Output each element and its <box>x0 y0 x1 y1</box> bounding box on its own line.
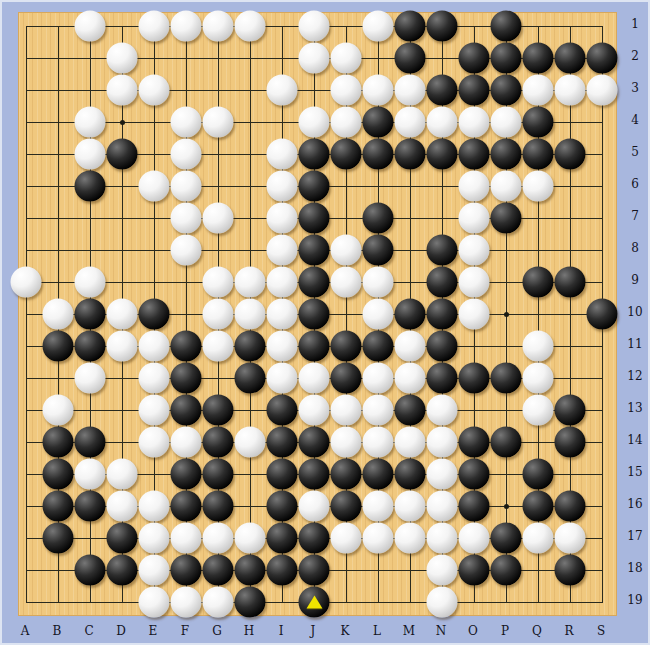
white-stone-E11 <box>139 331 170 362</box>
star-point <box>504 312 509 317</box>
white-stone-N16 <box>427 491 458 522</box>
white-stone-D16 <box>107 491 138 522</box>
white-stone-L17 <box>363 523 394 554</box>
white-stone-D2 <box>107 43 138 74</box>
row-label-1: 1 <box>622 17 648 31</box>
black-stone-P12 <box>491 363 522 394</box>
row-label-3: 3 <box>622 81 648 95</box>
column-label-P: P <box>495 624 515 638</box>
row-label-13: 13 <box>622 401 648 415</box>
black-stone-H19 <box>235 587 266 618</box>
black-stone-J5 <box>299 139 330 170</box>
white-stone-R3 <box>555 75 586 106</box>
triangle-marker <box>306 595 322 608</box>
black-stone-R18 <box>555 555 586 586</box>
white-stone-C15 <box>75 459 106 490</box>
white-stone-M17 <box>395 523 426 554</box>
black-stone-F13 <box>171 395 202 426</box>
white-stone-E1 <box>139 11 170 42</box>
black-stone-G15 <box>203 459 234 490</box>
column-label-B: B <box>47 624 67 638</box>
white-stone-G1 <box>203 11 234 42</box>
row-label-18: 18 <box>622 561 648 575</box>
white-stone-P4 <box>491 107 522 138</box>
row-label-16: 16 <box>622 497 648 511</box>
column-label-L: L <box>367 624 387 638</box>
black-stone-O2 <box>459 43 490 74</box>
black-stone-O16 <box>459 491 490 522</box>
black-stone-C14 <box>75 427 106 458</box>
white-stone-Q11 <box>523 331 554 362</box>
white-stone-J4 <box>299 107 330 138</box>
white-stone-Q13 <box>523 395 554 426</box>
black-stone-Q15 <box>523 459 554 490</box>
white-stone-L14 <box>363 427 394 458</box>
white-stone-J12 <box>299 363 330 394</box>
white-stone-N14 <box>427 427 458 458</box>
white-stone-G17 <box>203 523 234 554</box>
black-stone-P18 <box>491 555 522 586</box>
white-stone-G11 <box>203 331 234 362</box>
black-stone-G14 <box>203 427 234 458</box>
white-stone-C12 <box>75 363 106 394</box>
black-stone-J9 <box>299 267 330 298</box>
black-stone-R2 <box>555 43 586 74</box>
black-stone-B14 <box>43 427 74 458</box>
black-stone-E10 <box>139 299 170 330</box>
white-stone-C9 <box>75 267 106 298</box>
white-stone-F4 <box>171 107 202 138</box>
black-stone-I16 <box>267 491 298 522</box>
black-stone-F12 <box>171 363 202 394</box>
black-stone-O12 <box>459 363 490 394</box>
black-stone-K11 <box>331 331 362 362</box>
star-point <box>120 120 125 125</box>
white-stone-E18 <box>139 555 170 586</box>
black-stone-F16 <box>171 491 202 522</box>
black-stone-O5 <box>459 139 490 170</box>
black-stone-F15 <box>171 459 202 490</box>
white-stone-K4 <box>331 107 362 138</box>
white-stone-E13 <box>139 395 170 426</box>
column-label-J: J <box>303 624 323 638</box>
white-stone-O7 <box>459 203 490 234</box>
black-stone-B16 <box>43 491 74 522</box>
white-stone-L10 <box>363 299 394 330</box>
white-stone-F17 <box>171 523 202 554</box>
white-stone-N15 <box>427 459 458 490</box>
black-stone-L7 <box>363 203 394 234</box>
row-label-17: 17 <box>622 529 648 543</box>
white-stone-L9 <box>363 267 394 298</box>
black-stone-M10 <box>395 299 426 330</box>
white-stone-D10 <box>107 299 138 330</box>
row-label-4: 4 <box>622 113 648 127</box>
white-stone-I10 <box>267 299 298 330</box>
black-stone-K5 <box>331 139 362 170</box>
white-stone-S3 <box>587 75 618 106</box>
white-stone-O4 <box>459 107 490 138</box>
black-stone-P3 <box>491 75 522 106</box>
white-stone-B13 <box>43 395 74 426</box>
white-stone-I3 <box>267 75 298 106</box>
black-stone-Q16 <box>523 491 554 522</box>
white-stone-O8 <box>459 235 490 266</box>
column-label-C: C <box>79 624 99 638</box>
white-stone-O6 <box>459 171 490 202</box>
go-game-screenshot: { "game": "go", "board_size": 19, "colum… <box>0 0 650 645</box>
black-stone-C11 <box>75 331 106 362</box>
black-stone-J14 <box>299 427 330 458</box>
black-stone-L15 <box>363 459 394 490</box>
row-label-14: 14 <box>622 433 648 447</box>
column-label-A: A <box>15 624 35 638</box>
row-label-10: 10 <box>622 305 648 319</box>
column-label-R: R <box>559 624 579 638</box>
white-stone-N18 <box>427 555 458 586</box>
column-label-N: N <box>431 624 451 638</box>
black-stone-M5 <box>395 139 426 170</box>
white-stone-H9 <box>235 267 266 298</box>
black-stone-M1 <box>395 11 426 42</box>
white-stone-C4 <box>75 107 106 138</box>
black-stone-N11 <box>427 331 458 362</box>
white-stone-H10 <box>235 299 266 330</box>
black-stone-H11 <box>235 331 266 362</box>
white-stone-F1 <box>171 11 202 42</box>
black-stone-M15 <box>395 459 426 490</box>
black-stone-O15 <box>459 459 490 490</box>
black-stone-F18 <box>171 555 202 586</box>
white-stone-M11 <box>395 331 426 362</box>
white-stone-J16 <box>299 491 330 522</box>
black-stone-J11 <box>299 331 330 362</box>
black-stone-P1 <box>491 11 522 42</box>
black-stone-S2 <box>587 43 618 74</box>
black-stone-J7 <box>299 203 330 234</box>
white-stone-E3 <box>139 75 170 106</box>
column-label-F: F <box>175 624 195 638</box>
white-stone-O9 <box>459 267 490 298</box>
go-board[interactable] <box>18 12 617 616</box>
white-stone-J13 <box>299 395 330 426</box>
black-stone-Q4 <box>523 107 554 138</box>
white-stone-K13 <box>331 395 362 426</box>
white-stone-E14 <box>139 427 170 458</box>
row-label-11: 11 <box>622 337 648 351</box>
white-stone-E6 <box>139 171 170 202</box>
black-stone-K12 <box>331 363 362 394</box>
white-stone-L1 <box>363 11 394 42</box>
white-stone-G10 <box>203 299 234 330</box>
white-stone-L3 <box>363 75 394 106</box>
white-stone-D3 <box>107 75 138 106</box>
row-label-9: 9 <box>622 273 648 287</box>
column-label-O: O <box>463 624 483 638</box>
black-stone-Q5 <box>523 139 554 170</box>
white-stone-L16 <box>363 491 394 522</box>
black-stone-G18 <box>203 555 234 586</box>
white-stone-D11 <box>107 331 138 362</box>
white-stone-H1 <box>235 11 266 42</box>
white-stone-K2 <box>331 43 362 74</box>
white-stone-Q6 <box>523 171 554 202</box>
white-stone-H17 <box>235 523 266 554</box>
column-label-G: G <box>207 624 227 638</box>
white-stone-Q17 <box>523 523 554 554</box>
black-stone-L5 <box>363 139 394 170</box>
black-stone-N5 <box>427 139 458 170</box>
white-stone-N13 <box>427 395 458 426</box>
black-stone-I14 <box>267 427 298 458</box>
black-stone-P17 <box>491 523 522 554</box>
white-stone-M16 <box>395 491 426 522</box>
black-stone-N1 <box>427 11 458 42</box>
black-stone-B11 <box>43 331 74 362</box>
white-stone-B10 <box>43 299 74 330</box>
white-stone-F6 <box>171 171 202 202</box>
black-stone-R13 <box>555 395 586 426</box>
white-stone-E17 <box>139 523 170 554</box>
black-stone-D5 <box>107 139 138 170</box>
black-stone-I17 <box>267 523 298 554</box>
black-stone-G16 <box>203 491 234 522</box>
white-stone-I7 <box>267 203 298 234</box>
white-stone-G19 <box>203 587 234 618</box>
white-stone-P6 <box>491 171 522 202</box>
black-stone-N3 <box>427 75 458 106</box>
row-label-15: 15 <box>622 465 648 479</box>
white-stone-M14 <box>395 427 426 458</box>
black-stone-C18 <box>75 555 106 586</box>
column-label-Q: Q <box>527 624 547 638</box>
black-stone-I15 <box>267 459 298 490</box>
white-stone-K3 <box>331 75 362 106</box>
white-stone-I8 <box>267 235 298 266</box>
row-label-6: 6 <box>622 177 648 191</box>
black-stone-R16 <box>555 491 586 522</box>
white-stone-N17 <box>427 523 458 554</box>
black-stone-S10 <box>587 299 618 330</box>
row-label-8: 8 <box>622 241 648 255</box>
white-stone-J1 <box>299 11 330 42</box>
white-stone-H14 <box>235 427 266 458</box>
column-label-E: E <box>143 624 163 638</box>
black-stone-J15 <box>299 459 330 490</box>
white-stone-E12 <box>139 363 170 394</box>
black-stone-J19 <box>299 587 330 618</box>
black-stone-J6 <box>299 171 330 202</box>
black-stone-O3 <box>459 75 490 106</box>
row-label-5: 5 <box>622 145 648 159</box>
black-stone-I13 <box>267 395 298 426</box>
column-label-I: I <box>271 624 291 638</box>
row-label-12: 12 <box>622 369 648 383</box>
white-stone-M3 <box>395 75 426 106</box>
black-stone-O18 <box>459 555 490 586</box>
white-stone-G9 <box>203 267 234 298</box>
white-stone-G7 <box>203 203 234 234</box>
row-label-7: 7 <box>622 209 648 223</box>
row-label-2: 2 <box>622 49 648 63</box>
white-stone-F14 <box>171 427 202 458</box>
black-stone-K16 <box>331 491 362 522</box>
black-stone-R9 <box>555 267 586 298</box>
black-stone-B15 <box>43 459 74 490</box>
white-stone-K17 <box>331 523 362 554</box>
white-stone-I12 <box>267 363 298 394</box>
white-stone-J2 <box>299 43 330 74</box>
black-stone-J8 <box>299 235 330 266</box>
black-stone-D18 <box>107 555 138 586</box>
white-stone-I5 <box>267 139 298 170</box>
white-stone-F8 <box>171 235 202 266</box>
black-stone-N8 <box>427 235 458 266</box>
column-label-D: D <box>111 624 131 638</box>
black-stone-P5 <box>491 139 522 170</box>
white-stone-K9 <box>331 267 362 298</box>
white-stone-L13 <box>363 395 394 426</box>
white-stone-E16 <box>139 491 170 522</box>
white-stone-E19 <box>139 587 170 618</box>
white-stone-D15 <box>107 459 138 490</box>
white-stone-N19 <box>427 587 458 618</box>
column-label-S: S <box>591 624 611 638</box>
white-stone-L12 <box>363 363 394 394</box>
black-stone-J10 <box>299 299 330 330</box>
white-stone-C1 <box>75 11 106 42</box>
black-stone-C6 <box>75 171 106 202</box>
star-point <box>504 504 509 509</box>
white-stone-Q3 <box>523 75 554 106</box>
black-stone-H12 <box>235 363 266 394</box>
white-stone-I6 <box>267 171 298 202</box>
black-stone-L8 <box>363 235 394 266</box>
black-stone-N12 <box>427 363 458 394</box>
black-stone-Q9 <box>523 267 554 298</box>
white-stone-M12 <box>395 363 426 394</box>
black-stone-F11 <box>171 331 202 362</box>
white-stone-A9 <box>11 267 42 298</box>
white-stone-I11 <box>267 331 298 362</box>
white-stone-K14 <box>331 427 362 458</box>
white-stone-K8 <box>331 235 362 266</box>
white-stone-R17 <box>555 523 586 554</box>
black-stone-P14 <box>491 427 522 458</box>
black-stone-D17 <box>107 523 138 554</box>
row-label-19: 19 <box>622 593 648 607</box>
black-stone-G13 <box>203 395 234 426</box>
white-stone-F19 <box>171 587 202 618</box>
white-stone-C5 <box>75 139 106 170</box>
black-stone-M13 <box>395 395 426 426</box>
black-stone-N10 <box>427 299 458 330</box>
column-label-K: K <box>335 624 355 638</box>
black-stone-H18 <box>235 555 266 586</box>
black-stone-L4 <box>363 107 394 138</box>
black-stone-C16 <box>75 491 106 522</box>
black-stone-J17 <box>299 523 330 554</box>
white-stone-M4 <box>395 107 426 138</box>
white-stone-F7 <box>171 203 202 234</box>
column-label-H: H <box>239 624 259 638</box>
black-stone-B17 <box>43 523 74 554</box>
black-stone-K15 <box>331 459 362 490</box>
black-stone-N9 <box>427 267 458 298</box>
black-stone-O14 <box>459 427 490 458</box>
black-stone-R14 <box>555 427 586 458</box>
black-stone-M2 <box>395 43 426 74</box>
black-stone-C10 <box>75 299 106 330</box>
white-stone-F5 <box>171 139 202 170</box>
black-stone-P7 <box>491 203 522 234</box>
white-stone-O17 <box>459 523 490 554</box>
column-label-M: M <box>399 624 419 638</box>
black-stone-L11 <box>363 331 394 362</box>
black-stone-Q2 <box>523 43 554 74</box>
white-stone-G4 <box>203 107 234 138</box>
black-stone-J18 <box>299 555 330 586</box>
white-stone-O10 <box>459 299 490 330</box>
white-stone-N4 <box>427 107 458 138</box>
black-stone-I18 <box>267 555 298 586</box>
black-stone-R5 <box>555 139 586 170</box>
black-stone-P2 <box>491 43 522 74</box>
white-stone-Q12 <box>523 363 554 394</box>
white-stone-I9 <box>267 267 298 298</box>
